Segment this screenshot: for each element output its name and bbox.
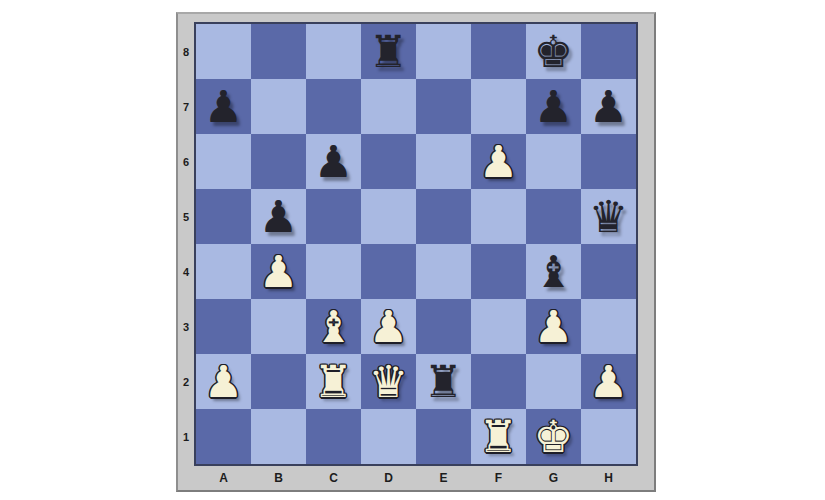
square-a5[interactable]: [196, 189, 251, 244]
white-pawn[interactable]: ♟: [361, 299, 416, 354]
square-g5[interactable]: [526, 189, 581, 244]
black-pawn[interactable]: ♟: [526, 79, 581, 134]
square-h8[interactable]: [581, 24, 636, 79]
square-h5[interactable]: ♛: [581, 189, 636, 244]
square-b8[interactable]: [251, 24, 306, 79]
square-e2[interactable]: ♜: [416, 354, 471, 409]
file-label-d: D: [361, 466, 416, 490]
square-e4[interactable]: [416, 244, 471, 299]
black-king[interactable]: ♚: [526, 24, 581, 79]
white-pawn[interactable]: ♟: [251, 244, 306, 299]
square-f7[interactable]: [471, 79, 526, 134]
square-d1[interactable]: [361, 409, 416, 464]
frame-grid: 87654321 ♜♚♟♟♟♟♟♟♛♟♝♝♟♟♟♜♛♜♟♜♚ ABCDEFGH: [178, 22, 638, 490]
square-c8[interactable]: [306, 24, 361, 79]
square-h6[interactable]: [581, 134, 636, 189]
chess-board-frame: 87654321 ♜♚♟♟♟♟♟♟♛♟♝♝♟♟♟♜♛♜♟♜♚ ABCDEFGH: [176, 12, 656, 492]
white-pawn[interactable]: ♟: [526, 299, 581, 354]
black-pawn[interactable]: ♟: [306, 134, 361, 189]
white-rook[interactable]: ♜: [471, 409, 526, 464]
square-f5[interactable]: [471, 189, 526, 244]
square-a2[interactable]: ♟: [196, 354, 251, 409]
square-f8[interactable]: [471, 24, 526, 79]
rank-labels: 87654321: [178, 22, 194, 466]
black-rook[interactable]: ♜: [416, 354, 471, 409]
square-h7[interactable]: ♟: [581, 79, 636, 134]
square-g4[interactable]: ♝: [526, 244, 581, 299]
square-a7[interactable]: ♟: [196, 79, 251, 134]
square-e6[interactable]: [416, 134, 471, 189]
square-h1[interactable]: [581, 409, 636, 464]
file-label-c: C: [306, 466, 361, 490]
black-pawn[interactable]: ♟: [251, 189, 306, 244]
square-g6[interactable]: [526, 134, 581, 189]
square-c3[interactable]: ♝: [306, 299, 361, 354]
square-d7[interactable]: [361, 79, 416, 134]
square-f3[interactable]: [471, 299, 526, 354]
square-d3[interactable]: ♟: [361, 299, 416, 354]
square-a1[interactable]: [196, 409, 251, 464]
rank-label-4: 4: [178, 244, 194, 299]
square-h4[interactable]: [581, 244, 636, 299]
rank-label-2: 2: [178, 354, 194, 409]
white-rook[interactable]: ♜: [306, 354, 361, 409]
square-f2[interactable]: [471, 354, 526, 409]
square-e5[interactable]: [416, 189, 471, 244]
black-queen[interactable]: ♛: [581, 189, 636, 244]
rank-label-7: 7: [178, 79, 194, 134]
square-c7[interactable]: [306, 79, 361, 134]
square-b6[interactable]: [251, 134, 306, 189]
black-bishop[interactable]: ♝: [526, 244, 581, 299]
square-a8[interactable]: [196, 24, 251, 79]
frame-corner: [178, 466, 194, 490]
rank-label-8: 8: [178, 24, 194, 79]
board-outer-border: ♜♚♟♟♟♟♟♟♛♟♝♝♟♟♟♜♛♜♟♜♚: [194, 22, 638, 466]
white-king[interactable]: ♚: [526, 409, 581, 464]
square-d8[interactable]: ♜: [361, 24, 416, 79]
square-c2[interactable]: ♜: [306, 354, 361, 409]
square-b3[interactable]: [251, 299, 306, 354]
rank-label-5: 5: [178, 189, 194, 244]
file-label-a: A: [196, 466, 251, 490]
square-f4[interactable]: [471, 244, 526, 299]
square-g3[interactable]: ♟: [526, 299, 581, 354]
rank-label-1: 1: [178, 409, 194, 464]
square-d4[interactable]: [361, 244, 416, 299]
square-e3[interactable]: [416, 299, 471, 354]
white-pawn[interactable]: ♟: [471, 134, 526, 189]
square-b4[interactable]: ♟: [251, 244, 306, 299]
rank-label-6: 6: [178, 134, 194, 189]
file-label-f: F: [471, 466, 526, 490]
square-g1[interactable]: ♚: [526, 409, 581, 464]
square-b7[interactable]: [251, 79, 306, 134]
square-f1[interactable]: ♜: [471, 409, 526, 464]
square-e7[interactable]: [416, 79, 471, 134]
square-c1[interactable]: [306, 409, 361, 464]
white-pawn[interactable]: ♟: [196, 354, 251, 409]
square-b2[interactable]: [251, 354, 306, 409]
black-pawn[interactable]: ♟: [196, 79, 251, 134]
square-h3[interactable]: [581, 299, 636, 354]
square-b5[interactable]: ♟: [251, 189, 306, 244]
square-d5[interactable]: [361, 189, 416, 244]
square-b1[interactable]: [251, 409, 306, 464]
square-g8[interactable]: ♚: [526, 24, 581, 79]
square-a4[interactable]: [196, 244, 251, 299]
rank-label-3: 3: [178, 299, 194, 354]
square-a6[interactable]: [196, 134, 251, 189]
white-queen[interactable]: ♛: [361, 354, 416, 409]
square-d2[interactable]: ♛: [361, 354, 416, 409]
white-pawn[interactable]: ♟: [581, 354, 636, 409]
page: 87654321 ♜♚♟♟♟♟♟♟♛♟♝♝♟♟♟♜♛♜♟♜♚ ABCDEFGH: [0, 0, 825, 500]
file-label-e: E: [416, 466, 471, 490]
square-e1[interactable]: [416, 409, 471, 464]
square-g2[interactable]: [526, 354, 581, 409]
square-h2[interactable]: ♟: [581, 354, 636, 409]
file-labels: ABCDEFGH: [194, 466, 638, 490]
black-rook[interactable]: ♜: [361, 24, 416, 79]
file-label-g: G: [526, 466, 581, 490]
square-e8[interactable]: [416, 24, 471, 79]
square-c4[interactable]: [306, 244, 361, 299]
square-a3[interactable]: [196, 299, 251, 354]
square-c6[interactable]: ♟: [306, 134, 361, 189]
square-d6[interactable]: [361, 134, 416, 189]
square-f6[interactable]: ♟: [471, 134, 526, 189]
chess-board: ♜♚♟♟♟♟♟♟♛♟♝♝♟♟♟♜♛♜♟♜♚: [196, 24, 636, 464]
black-pawn[interactable]: ♟: [581, 79, 636, 134]
file-label-b: B: [251, 466, 306, 490]
square-c5[interactable]: [306, 189, 361, 244]
white-bishop[interactable]: ♝: [306, 299, 361, 354]
square-g7[interactable]: ♟: [526, 79, 581, 134]
file-label-h: H: [581, 466, 636, 490]
